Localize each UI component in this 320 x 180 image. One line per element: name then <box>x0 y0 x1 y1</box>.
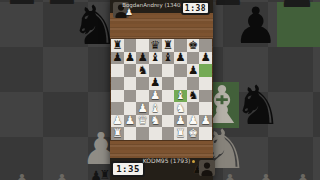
square-c7[interactable]: ♟ <box>136 52 149 65</box>
top-player-clock: 1:38 <box>181 1 210 15</box>
square-c6[interactable]: ♞ <box>136 64 149 77</box>
square-e8[interactable]: ♜ <box>162 39 175 52</box>
square-e7[interactable]: ♝ <box>162 52 175 65</box>
square-d1[interactable] <box>149 127 162 140</box>
square-c3[interactable]: ♟ <box>136 102 149 115</box>
square-f1[interactable]: ♜ <box>174 127 187 140</box>
square-a7[interactable]: ♟ <box>111 52 124 65</box>
white-rook: ♜ <box>175 128 185 140</box>
square-f3[interactable]: ♞ <box>174 102 187 115</box>
backdrop-black-pawn-icon: ♟ <box>234 1 279 51</box>
black-bishop: ♝ <box>150 52 160 64</box>
bottom-player-name-row[interactable]: KODM95 (1793) <box>140 158 198 164</box>
square-d3[interactable]: ♝ <box>149 102 162 115</box>
square-f2[interactable]: ♟ <box>174 115 187 128</box>
backdrop-small-black-rook-icon: ♜ <box>100 169 111 180</box>
white-pawn: ♟ <box>201 115 211 127</box>
square-h8[interactable] <box>199 39 212 52</box>
square-d4[interactable]: ♟ <box>149 90 162 103</box>
black-pawn: ♟ <box>201 52 211 64</box>
square-b3[interactable] <box>124 102 137 115</box>
black-bishop: ♝ <box>163 52 173 64</box>
white-rook: ♜ <box>112 128 122 140</box>
top-captured-pieces: ♟ <box>125 8 133 17</box>
square-g5[interactable] <box>187 77 200 90</box>
square-e6[interactable] <box>162 64 175 77</box>
black-pawn: ♟ <box>188 65 198 77</box>
square-g6[interactable]: ♟ <box>187 64 200 77</box>
square-g8[interactable]: ♚ <box>187 39 200 52</box>
square-c4[interactable] <box>136 90 149 103</box>
backdrop-white-pawn-top-icon: ♟ <box>50 171 73 180</box>
square-a4[interactable] <box>111 90 124 103</box>
square-e1[interactable] <box>162 127 175 140</box>
square-e3[interactable] <box>162 102 175 115</box>
square-h1[interactable] <box>199 127 212 140</box>
bottom-player-status-dot <box>192 160 195 163</box>
square-f4[interactable]: ♝ <box>174 90 187 103</box>
square-g7[interactable] <box>187 52 200 65</box>
square-h3[interactable] <box>199 102 212 115</box>
square-g2[interactable]: ♟ <box>187 115 200 128</box>
backdrop-white-pawn-top-icon: ♟ <box>218 171 241 180</box>
black-pawn: ♟ <box>125 52 135 64</box>
square-b7[interactable]: ♟ <box>124 52 137 65</box>
square-f6[interactable] <box>174 64 187 77</box>
black-king: ♚ <box>188 40 198 52</box>
person-icon <box>199 160 215 176</box>
white-pawn: ♟ <box>175 115 185 127</box>
black-pawn: ♟ <box>137 52 147 64</box>
black-pawn: ♟ <box>150 77 160 89</box>
bottom-player-name: KODM95 (1793) <box>143 158 191 164</box>
square-c5[interactable] <box>136 77 149 90</box>
square-c2[interactable]: ♛ <box>136 115 149 128</box>
square-a2[interactable]: ♟ <box>111 115 124 128</box>
square-a5[interactable] <box>111 77 124 90</box>
square-g4[interactable]: ♞ <box>187 90 200 103</box>
square-a1[interactable]: ♜ <box>111 127 124 140</box>
backdrop-white-pawn-top-icon: ♟ <box>291 171 314 180</box>
white-pawn: ♟ <box>188 115 198 127</box>
square-b2[interactable]: ♟ <box>124 115 137 128</box>
black-pawn: ♟ <box>175 52 185 64</box>
square-b8[interactable] <box>124 39 137 52</box>
backdrop-piece-top-silhouette-icon: ♟ <box>277 0 316 14</box>
square-a6[interactable] <box>111 64 124 77</box>
square-d5[interactable]: ♟ <box>149 77 162 90</box>
square-f8[interactable] <box>174 39 187 52</box>
white-knight: ♞ <box>175 103 185 115</box>
square-d2[interactable]: ♞ <box>149 115 162 128</box>
top-player-name-row[interactable]: BogdanAndrey (1340) <box>124 3 186 9</box>
square-h4[interactable] <box>199 90 212 103</box>
square-b1[interactable] <box>124 127 137 140</box>
white-pawn: ♟ <box>137 103 147 115</box>
white-pawn: ♟ <box>125 115 135 127</box>
square-h2[interactable]: ♟ <box>199 115 212 128</box>
black-queen: ♛ <box>150 40 160 52</box>
board: ♜♛♜♚♟♟♟♝♝♟♟♞♟♟♟♝♞♟♝♞♟♟♛♞♟♟♟♜♜♚ <box>111 39 212 140</box>
white-pawn: ♟ <box>112 115 122 127</box>
backdrop-piece-top-silhouette-icon: ♟ <box>4 0 40 10</box>
video-frame: ♟♟♞♟♟♜♟♟♟♟♟♝♞♞♟♟♟ BogdanAndrey (1340) ♟ … <box>0 0 320 180</box>
square-a8[interactable]: ♜ <box>111 39 124 52</box>
black-knight: ♞ <box>188 90 198 102</box>
backdrop-white-pawn-top-icon: ♟ <box>10 171 33 180</box>
square-d7[interactable]: ♝ <box>149 52 162 65</box>
app-screen: BogdanAndrey (1340) ♟ 1:38 ♜♛♜♚♟♟♟♝♝♟♟♞♟… <box>110 0 213 180</box>
white-bishop: ♝ <box>150 103 160 115</box>
square-b5[interactable] <box>124 77 137 90</box>
square-e2[interactable] <box>162 115 175 128</box>
square-f7[interactable]: ♟ <box>174 52 187 65</box>
white-bishop: ♝ <box>175 90 185 102</box>
square-c1[interactable] <box>136 127 149 140</box>
white-pawn: ♟ <box>150 90 160 102</box>
black-pawn: ♟ <box>112 52 122 64</box>
black-knight: ♞ <box>137 65 147 77</box>
square-e4[interactable] <box>162 90 175 103</box>
square-d6[interactable] <box>149 64 162 77</box>
white-knight: ♞ <box>150 115 160 127</box>
backdrop-white-pawn-top-icon: ♟ <box>254 171 277 180</box>
square-e5[interactable] <box>162 77 175 90</box>
square-b6[interactable] <box>124 64 137 77</box>
white-queen: ♛ <box>137 115 147 127</box>
black-rook: ♜ <box>163 40 173 52</box>
white-king: ♚ <box>188 128 198 140</box>
square-f5[interactable] <box>174 77 187 90</box>
square-a3[interactable] <box>111 102 124 115</box>
square-h7[interactable]: ♟ <box>199 52 212 65</box>
square-d8[interactable]: ♛ <box>149 39 162 52</box>
square-g1[interactable]: ♚ <box>187 127 200 140</box>
square-h6[interactable] <box>199 64 212 77</box>
square-b4[interactable] <box>124 90 137 103</box>
square-g3[interactable] <box>187 102 200 115</box>
square-c8[interactable] <box>136 39 149 52</box>
black-rook: ♜ <box>112 40 122 52</box>
bottom-player-avatar[interactable] <box>199 160 215 176</box>
square-h5[interactable] <box>199 77 212 90</box>
